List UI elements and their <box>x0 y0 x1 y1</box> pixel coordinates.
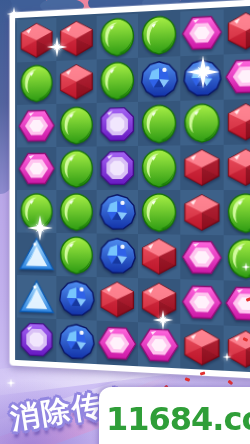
watermark-text: 11684.com <box>106 400 250 438</box>
cell-r6c5 <box>224 280 250 327</box>
gem-green-emerald[interactable] <box>57 235 95 275</box>
cell-r1c1 <box>56 59 96 104</box>
gem-pink-hexagon[interactable] <box>139 324 179 366</box>
jewel-grid <box>17 7 250 373</box>
gem-pink-hexagon[interactable] <box>181 281 222 323</box>
gem-red-ruby[interactable] <box>225 101 250 143</box>
gem-green-emerald[interactable] <box>57 192 95 232</box>
cell-r6c3 <box>138 278 180 324</box>
game-board-frame <box>10 0 250 379</box>
cell-r7c5 <box>224 326 250 373</box>
cell-r4c1 <box>56 190 96 234</box>
cell-r2c5 <box>224 99 250 145</box>
cell-r5c2 <box>97 234 138 279</box>
cell-r5c0 <box>17 232 56 276</box>
cell-r1c2 <box>97 58 138 103</box>
gem-green-emerald[interactable] <box>139 147 179 188</box>
gem-purple-octagon[interactable] <box>98 104 137 145</box>
gem-red-ruby[interactable] <box>225 9 250 52</box>
gem-blue-triangle[interactable] <box>18 234 55 274</box>
gem-green-emerald[interactable] <box>225 192 250 234</box>
gem-red-ruby[interactable] <box>225 328 250 371</box>
cell-r1c5 <box>224 53 250 100</box>
gem-purple-octagon[interactable] <box>98 148 137 188</box>
cell-r2c2 <box>97 102 138 147</box>
cell-r7c3 <box>138 322 180 368</box>
cell-r1c3 <box>138 56 180 102</box>
cell-r4c3 <box>138 190 180 235</box>
cell-r2c3 <box>138 101 180 146</box>
cell-r1c0 <box>17 61 56 105</box>
cell-r4c4 <box>180 190 223 235</box>
gem-green-emerald[interactable] <box>181 102 222 144</box>
cell-r4c2 <box>97 190 138 234</box>
gem-green-emerald[interactable] <box>98 16 137 58</box>
cell-r0c3 <box>138 12 180 58</box>
gem-blue-sapphire[interactable] <box>57 321 95 362</box>
gem-green-emerald[interactable] <box>18 192 55 231</box>
gem-red-ruby[interactable] <box>181 326 222 369</box>
gem-green-emerald[interactable] <box>139 14 179 56</box>
gem-red-ruby[interactable] <box>57 18 95 59</box>
gem-pink-hexagon[interactable] <box>225 282 250 325</box>
cell-r7c4 <box>180 324 223 371</box>
cell-r7c0 <box>17 317 56 362</box>
gem-purple-octagon[interactable] <box>18 319 55 360</box>
watermark-plate: 11684.com <box>99 387 250 444</box>
gem-green-emerald[interactable] <box>18 63 55 103</box>
cell-r7c2 <box>97 321 138 367</box>
cell-r3c1 <box>56 146 96 190</box>
gem-green-emerald[interactable] <box>225 237 250 279</box>
gem-pink-hexagon[interactable] <box>181 237 222 279</box>
cell-r5c4 <box>180 235 223 281</box>
cell-r6c0 <box>17 275 56 319</box>
cell-r3c5 <box>224 144 250 190</box>
gem-red-ruby[interactable] <box>139 280 179 322</box>
cell-r3c4 <box>180 145 223 190</box>
gem-green-emerald[interactable] <box>139 192 179 233</box>
cell-r0c4 <box>180 9 223 56</box>
cell-r2c4 <box>180 100 223 146</box>
gem-red-ruby[interactable] <box>139 236 179 277</box>
gem-blue-sapphire[interactable] <box>181 57 222 99</box>
cell-r5c1 <box>56 233 96 277</box>
gem-red-ruby[interactable] <box>181 192 222 233</box>
confetti-speck <box>185 377 191 381</box>
gem-blue-sapphire[interactable] <box>57 278 95 319</box>
cell-r4c5 <box>224 190 250 236</box>
gem-blue-sapphire[interactable] <box>98 236 137 277</box>
cell-r6c2 <box>97 277 138 322</box>
cell-r3c3 <box>138 145 180 190</box>
screenshot-canvas: 消除传奇 11684.com <box>0 0 250 444</box>
gem-pink-hexagon[interactable] <box>18 149 55 188</box>
confetti-speck <box>228 380 233 385</box>
cell-r4c0 <box>17 190 56 233</box>
cell-r5c5 <box>224 235 250 281</box>
cell-r6c1 <box>56 276 96 321</box>
cell-r0c1 <box>56 16 96 61</box>
gem-green-emerald[interactable] <box>98 60 137 101</box>
cell-r7c1 <box>56 319 96 364</box>
gem-green-emerald[interactable] <box>139 103 179 144</box>
gem-pink-hexagon[interactable] <box>98 323 137 365</box>
gem-blue-triangle[interactable] <box>18 277 55 317</box>
gem-blue-sapphire[interactable] <box>98 192 137 232</box>
cell-r3c2 <box>97 146 138 190</box>
cell-r0c0 <box>17 18 56 63</box>
gem-red-ruby[interactable] <box>98 279 137 320</box>
cell-r5c3 <box>138 234 180 279</box>
gem-pink-hexagon[interactable] <box>181 11 222 54</box>
cell-r0c2 <box>97 14 138 60</box>
cell-r0c5 <box>224 7 250 54</box>
cell-r1c4 <box>180 55 223 101</box>
cell-r2c1 <box>56 103 96 147</box>
gem-red-ruby[interactable] <box>181 147 222 188</box>
gem-red-ruby[interactable] <box>57 61 95 102</box>
cell-r3c0 <box>17 147 56 190</box>
gem-green-emerald[interactable] <box>57 105 95 145</box>
gem-pink-hexagon[interactable] <box>18 106 55 146</box>
gem-blue-sapphire[interactable] <box>139 58 179 100</box>
gem-red-ruby[interactable] <box>225 146 250 188</box>
cell-r2c0 <box>17 104 56 148</box>
gem-green-emerald[interactable] <box>57 148 95 188</box>
gem-red-ruby[interactable] <box>18 20 55 61</box>
gem-pink-hexagon[interactable] <box>225 55 250 98</box>
cell-r6c4 <box>180 279 223 325</box>
